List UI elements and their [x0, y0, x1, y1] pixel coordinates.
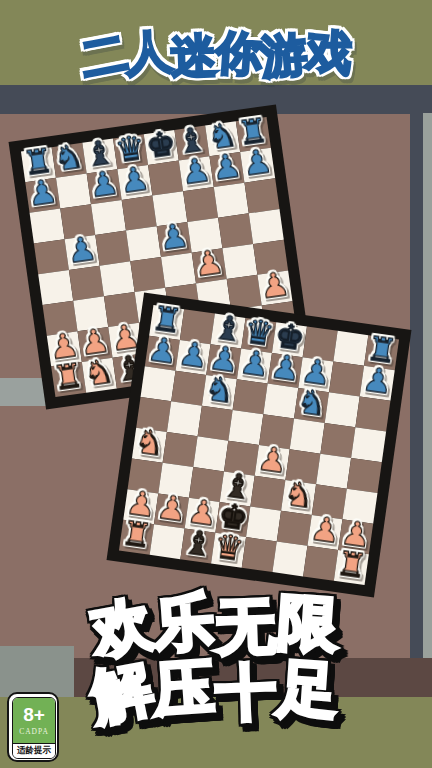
orange-queen: ♛: [212, 529, 246, 566]
blue-pawn: ♟: [210, 148, 244, 185]
blue-knight: ♞: [295, 384, 329, 421]
square: ♟: [209, 152, 244, 187]
blue-pawn: ♟: [361, 362, 395, 399]
headline-char: 压: [152, 654, 218, 724]
square: ♞: [202, 375, 237, 410]
chess-board-front-grid: ♜♝♛♚♜♟♟♟♟♟♟♟♞♞♞♟♝♞♟♟♟♚♟♟♜♝♛♜: [119, 305, 399, 585]
square: ♝: [180, 528, 215, 563]
orange-pawn: ♟: [256, 441, 290, 478]
chess-board-front: ♜♝♛♚♜♟♟♟♟♟♟♟♞♞♞♟♝♞♟♟♟♚♟♟♜♝♛♜: [107, 293, 412, 598]
square: [69, 266, 104, 301]
square: ♜: [119, 520, 154, 555]
square: [30, 209, 65, 244]
headline-char: 无: [215, 593, 279, 661]
square: [122, 196, 157, 231]
square: ♚: [144, 130, 179, 165]
square: [333, 331, 368, 366]
square: [161, 253, 196, 288]
slogan-line-1: 欢乐无限: [0, 592, 432, 658]
headline-char: 足: [276, 655, 342, 725]
age-rating-org: CADPA: [19, 727, 49, 736]
square: ♞: [52, 143, 87, 178]
square: ♟: [25, 178, 60, 213]
square: [167, 401, 202, 436]
headline-char: 十: [215, 659, 279, 727]
square: [325, 392, 360, 427]
square: [100, 261, 135, 296]
square: [130, 257, 165, 292]
promo-screenshot: ♜♞♝♛♚♝♞♜♟♟♟♟♟♟♟♟♟♟♟♟♟♜♞♝ ♜♝♛♚♜♟♟♟♟♟♟♟♞♞♞…: [0, 0, 432, 768]
square: [228, 410, 263, 445]
age-rating-green-panel: 8+ CADPA: [13, 698, 55, 743]
square: [218, 213, 253, 248]
square: ♟: [257, 270, 292, 305]
square: [272, 541, 307, 576]
blue-pawn: ♟: [179, 152, 213, 189]
square: [347, 458, 382, 493]
orange-rook: ♜: [51, 358, 85, 395]
square: [329, 362, 364, 397]
square: [214, 183, 249, 218]
orange-pawn: ♟: [192, 245, 226, 282]
square: [233, 379, 268, 414]
square: [250, 476, 285, 511]
orange-knight: ♞: [82, 354, 116, 391]
square: ♟: [117, 165, 152, 200]
square: ♟: [145, 336, 180, 371]
blue-knight: ♞: [203, 371, 237, 408]
square: [244, 178, 279, 213]
square: [246, 506, 281, 541]
square: ♞: [281, 480, 316, 515]
square: ♟: [307, 515, 342, 550]
square: ♞: [132, 428, 167, 463]
age-rating-value: 8+: [23, 705, 45, 725]
game-title: 二人迷你游戏: [0, 24, 432, 86]
square: [34, 239, 69, 274]
orange-pawn: ♟: [155, 490, 189, 527]
age-rating-badge: 8+ CADPA 适龄提示: [7, 692, 59, 762]
headline-char: 你: [214, 22, 263, 87]
square: ♜: [51, 362, 86, 397]
square: [277, 511, 312, 546]
square: ♞: [294, 388, 329, 423]
square: [38, 270, 73, 305]
square: ♟: [240, 148, 275, 183]
square: [163, 432, 198, 467]
orange-bishop: ♝: [181, 525, 215, 562]
square: ♛: [211, 533, 246, 568]
square: ♟: [154, 493, 189, 528]
orange-rook: ♜: [120, 516, 154, 553]
headline-char: 解: [87, 655, 160, 732]
headline-char: 迷: [170, 25, 217, 89]
square: [242, 537, 277, 572]
blue-knight: ♞: [52, 139, 86, 176]
headline-char: 限: [276, 589, 342, 659]
square: ♟: [192, 248, 227, 283]
headline-char: 戏: [304, 20, 354, 86]
age-rating-badge-inner: 8+ CADPA 适龄提示: [12, 697, 56, 759]
square: ♟: [268, 353, 303, 388]
background-right-grey-strip: [423, 113, 432, 661]
headline-char: 人: [124, 21, 173, 86]
square: [263, 384, 298, 419]
orange-knight: ♞: [133, 424, 167, 461]
orange-pawn: ♟: [258, 267, 292, 304]
blue-pawn: ♟: [269, 349, 303, 386]
orange-pawn: ♟: [308, 511, 342, 548]
age-rating-label: 适龄提示: [13, 743, 55, 758]
square: ♟: [157, 222, 192, 257]
square: [95, 231, 130, 266]
square: [193, 436, 228, 471]
blue-pawn: ♟: [157, 218, 191, 255]
square: [150, 524, 185, 559]
headline-char: 乐: [152, 588, 218, 658]
headline-char: 游: [258, 23, 308, 89]
blue-pawn: ♟: [87, 165, 121, 202]
square: ♟: [360, 366, 395, 401]
square: [222, 244, 257, 279]
blue-pawn: ♟: [177, 336, 211, 373]
blue-pawn: ♟: [146, 332, 180, 369]
square: ♟: [176, 340, 211, 375]
slogan-line-2: 解压十足: [0, 658, 432, 724]
square: [148, 161, 183, 196]
blue-pawn: ♟: [238, 345, 272, 382]
square: [355, 397, 390, 432]
orange-knight: ♞: [282, 476, 316, 513]
square: [249, 209, 284, 244]
blue-king: ♚: [144, 126, 178, 163]
square: [141, 366, 176, 401]
headline-char: 欢: [87, 589, 160, 666]
square: ♞: [82, 358, 117, 393]
square: ♟: [255, 445, 290, 480]
square: ♜: [334, 550, 369, 585]
blue-pawn: ♟: [25, 174, 59, 211]
square: ♟: [87, 169, 122, 204]
square: ♟: [65, 235, 100, 270]
square: [198, 406, 233, 441]
square: [290, 419, 325, 454]
square: ♟: [179, 156, 214, 191]
square: ♟: [237, 349, 272, 384]
square: [91, 200, 126, 235]
orange-rook: ♜: [335, 546, 369, 583]
blue-pawn: ♟: [240, 144, 274, 181]
square: [320, 423, 355, 458]
slogan: 欢乐无限 解压十足: [0, 592, 432, 724]
square: [316, 454, 351, 489]
square: [171, 371, 206, 406]
square: [183, 187, 218, 222]
blue-pawn: ♟: [117, 161, 151, 198]
square: [351, 427, 386, 462]
square: [56, 174, 91, 209]
square: [126, 226, 161, 261]
square: [303, 546, 338, 581]
blue-pawn: ♟: [65, 231, 99, 268]
